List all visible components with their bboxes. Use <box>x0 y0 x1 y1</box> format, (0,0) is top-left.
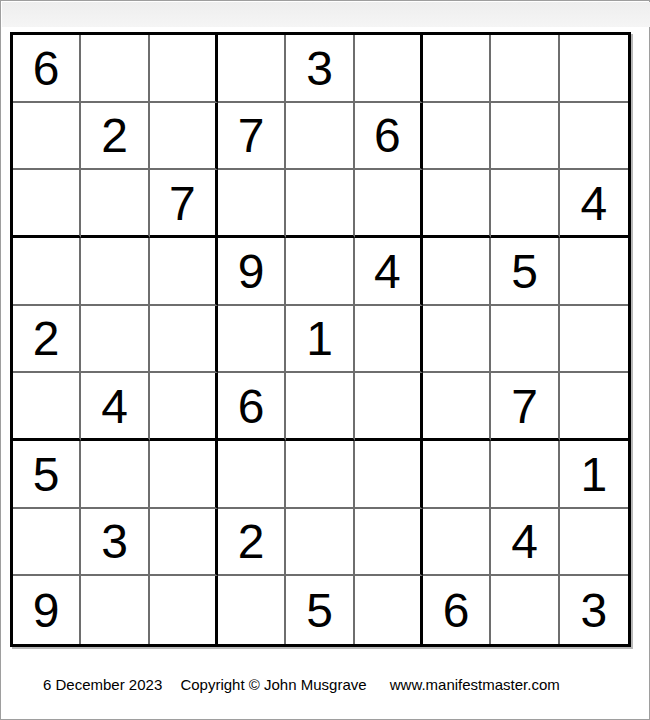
cell-r5c4 <box>218 306 286 374</box>
given-digit: 3 <box>580 587 607 635</box>
cell-r7c6 <box>355 441 423 509</box>
cell-r6c2: 4 <box>81 373 149 441</box>
given-digit: 3 <box>101 518 128 566</box>
cell-r8c2: 3 <box>81 509 149 577</box>
cell-r1c4 <box>218 35 286 103</box>
cell-r3c1 <box>13 170 81 238</box>
cell-r4c8: 5 <box>491 238 559 306</box>
cell-r8c1 <box>13 509 81 577</box>
cell-r5c9 <box>560 306 628 374</box>
page: 632767494521467513249563 6 December 2023… <box>0 0 650 720</box>
footer-website: www.manifestmaster.com <box>390 676 560 693</box>
cell-r7c7 <box>423 441 491 509</box>
footer-copyright: Copyright © John Musgrave <box>180 676 366 693</box>
given-digit: 4 <box>374 248 401 296</box>
given-digit: 6 <box>374 112 401 160</box>
cell-r3c6 <box>355 170 423 238</box>
cell-r8c6 <box>355 509 423 577</box>
given-digit: 7 <box>238 112 265 160</box>
cell-r9c9: 3 <box>560 576 628 644</box>
cell-r9c6 <box>355 576 423 644</box>
given-digit: 1 <box>580 451 607 499</box>
cell-r6c8: 7 <box>491 373 559 441</box>
cell-r5c6 <box>355 306 423 374</box>
cell-r6c1 <box>13 373 81 441</box>
cell-r7c2 <box>81 441 149 509</box>
footer-date: 6 December 2023 <box>43 676 162 693</box>
given-digit: 7 <box>169 180 196 228</box>
cell-r7c5 <box>286 441 354 509</box>
cell-r2c2: 2 <box>81 103 149 171</box>
top-band <box>2 2 650 27</box>
cell-r6c5 <box>286 373 354 441</box>
cell-r2c1 <box>13 103 81 171</box>
cell-r1c5: 3 <box>286 35 354 103</box>
cell-r3c3: 7 <box>150 170 218 238</box>
cell-r4c2 <box>81 238 149 306</box>
given-digit: 5 <box>33 451 60 499</box>
cell-r3c4 <box>218 170 286 238</box>
footer: 6 December 2023 Copyright © John Musgrav… <box>43 676 560 693</box>
cell-r5c2 <box>81 306 149 374</box>
cell-r1c6 <box>355 35 423 103</box>
cell-r2c9 <box>560 103 628 171</box>
cell-r3c5 <box>286 170 354 238</box>
given-digit: 2 <box>101 112 128 160</box>
cell-r7c9: 1 <box>560 441 628 509</box>
given-digit: 6 <box>33 45 60 93</box>
cell-r9c1: 9 <box>13 576 81 644</box>
cell-r4c3 <box>150 238 218 306</box>
cell-r9c3 <box>150 576 218 644</box>
cell-r4c6: 4 <box>355 238 423 306</box>
cell-r4c4: 9 <box>218 238 286 306</box>
cell-r5c3 <box>150 306 218 374</box>
cell-r8c7 <box>423 509 491 577</box>
cell-r2c6: 6 <box>355 103 423 171</box>
given-digit: 4 <box>101 383 128 431</box>
cell-r6c7 <box>423 373 491 441</box>
given-digit: 6 <box>443 587 470 635</box>
given-digit: 4 <box>580 180 607 228</box>
given-digit: 2 <box>33 315 60 363</box>
cell-r7c3 <box>150 441 218 509</box>
cell-r7c1: 5 <box>13 441 81 509</box>
cell-r1c9 <box>560 35 628 103</box>
given-digit: 7 <box>511 383 538 431</box>
cell-r2c7 <box>423 103 491 171</box>
cell-r5c7 <box>423 306 491 374</box>
sudoku-board: 632767494521467513249563 <box>10 32 631 647</box>
cell-r5c5: 1 <box>286 306 354 374</box>
cell-r4c1 <box>13 238 81 306</box>
cell-r2c3 <box>150 103 218 171</box>
cell-r5c8 <box>491 306 559 374</box>
cell-r4c7 <box>423 238 491 306</box>
given-digit: 1 <box>306 315 333 363</box>
cell-r7c8 <box>491 441 559 509</box>
cell-r6c9 <box>560 373 628 441</box>
given-digit: 5 <box>511 248 538 296</box>
cell-r3c2 <box>81 170 149 238</box>
cell-r2c8 <box>491 103 559 171</box>
cell-r8c3 <box>150 509 218 577</box>
cell-r3c8 <box>491 170 559 238</box>
cell-r9c5: 5 <box>286 576 354 644</box>
cell-r1c2 <box>81 35 149 103</box>
cell-r8c5 <box>286 509 354 577</box>
cell-r2c4: 7 <box>218 103 286 171</box>
given-digit: 9 <box>238 248 265 296</box>
cell-r1c8 <box>491 35 559 103</box>
cell-r8c8: 4 <box>491 509 559 577</box>
cell-r3c7 <box>423 170 491 238</box>
cell-r2c5 <box>286 103 354 171</box>
cell-r1c3 <box>150 35 218 103</box>
cell-r9c8 <box>491 576 559 644</box>
given-digit: 4 <box>511 518 538 566</box>
cell-r1c7 <box>423 35 491 103</box>
cell-r1c1: 6 <box>13 35 81 103</box>
given-digit: 6 <box>238 383 265 431</box>
cell-r6c3 <box>150 373 218 441</box>
cell-r6c4: 6 <box>218 373 286 441</box>
cell-r9c7: 6 <box>423 576 491 644</box>
given-digit: 3 <box>306 45 333 93</box>
cell-r8c4: 2 <box>218 509 286 577</box>
cell-r9c2 <box>81 576 149 644</box>
given-digit: 5 <box>306 587 333 635</box>
cell-r9c4 <box>218 576 286 644</box>
cell-r5c1: 2 <box>13 306 81 374</box>
cell-r8c9 <box>560 509 628 577</box>
cell-r4c9 <box>560 238 628 306</box>
cell-r6c6 <box>355 373 423 441</box>
given-digit: 2 <box>238 518 265 566</box>
cell-r7c4 <box>218 441 286 509</box>
cell-r3c9: 4 <box>560 170 628 238</box>
cell-r4c5 <box>286 238 354 306</box>
given-digit: 9 <box>33 587 60 635</box>
